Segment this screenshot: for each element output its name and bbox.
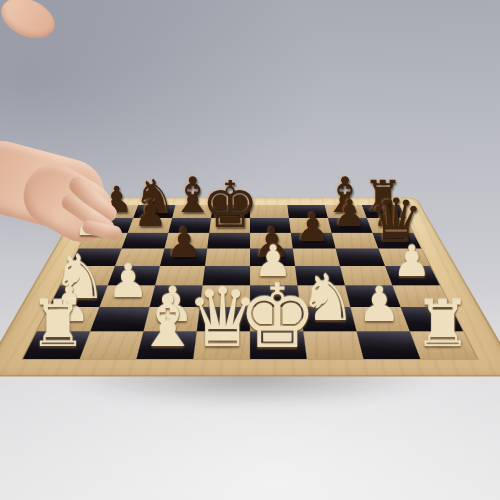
photo-stage: ♟♞♝♝♜♟♚♟♟♛♟♟♟♟♟♞♟♟♟♞♟♜♝♛♚♜ ♟	[0, 0, 500, 500]
piece-light-rook-h1[interactable]: ♜	[414, 292, 471, 356]
piece-layer: ♟♞♝♝♜♟♚♟♟♛♟♟♟♟♟♞♟♟♟♞♟♜♝♛♚♜	[0, 0, 500, 500]
piece-dark-pawn-b7[interactable]: ♟	[134, 195, 167, 232]
piece-dark-king-d7[interactable]: ♚	[201, 173, 258, 237]
piece-light-rook-a1[interactable]: ♜	[29, 292, 86, 356]
piece-dark-pawn-f6[interactable]: ♟	[295, 208, 330, 247]
piece-light-pawn-g2[interactable]: ♟	[358, 280, 401, 328]
piece-light-king-e1[interactable]: ♚	[238, 273, 317, 361]
piece-dark-pawn-c5[interactable]: ♟	[166, 223, 203, 264]
piece-dark-pawn-g7[interactable]: ♟	[333, 195, 366, 232]
